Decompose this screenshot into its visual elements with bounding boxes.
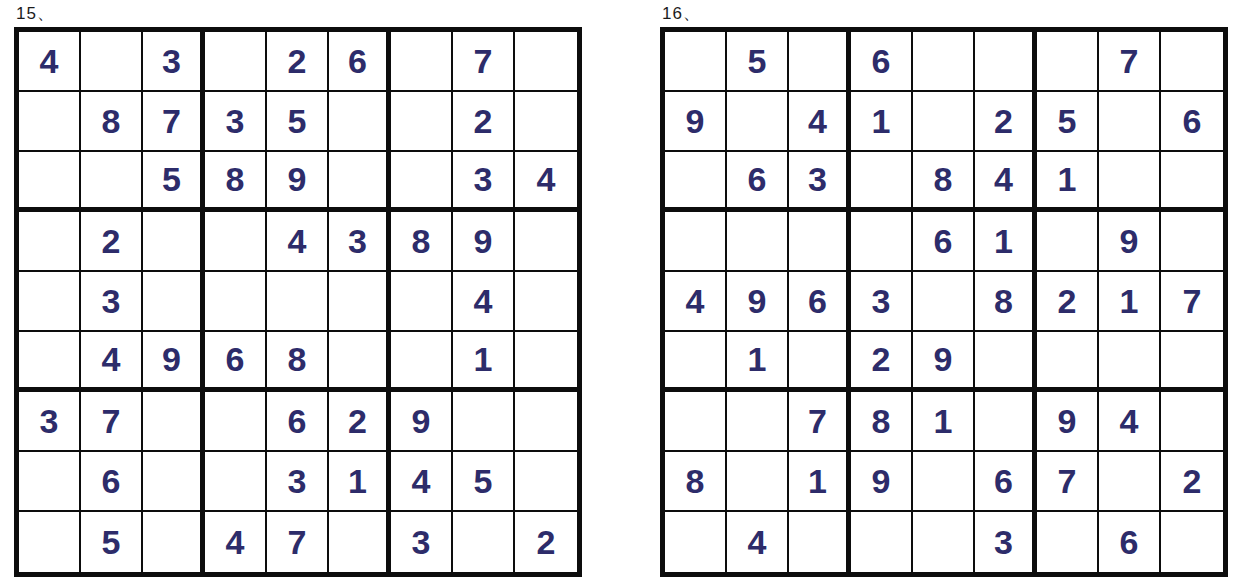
cell-r7c5: 1 [913, 392, 975, 452]
cell-r5c9 [515, 272, 577, 332]
cell-r3c5: 8 [913, 152, 975, 212]
cell-r1c3 [789, 32, 851, 92]
puzzle-15-number-label: 15、 [14, 3, 582, 27]
cell-r5c3 [143, 272, 205, 332]
cell-r8c4 [205, 452, 267, 512]
cell-r9c2: 5 [81, 512, 143, 572]
cell-r3c7: 1 [1037, 152, 1099, 212]
cell-r3c1 [665, 152, 727, 212]
puzzle-16-number-label: 16、 [660, 3, 1228, 27]
cell-r2c5: 5 [267, 92, 329, 152]
cell-r3c3: 5 [143, 152, 205, 212]
sudoku-grid-15: 4326787352589342438934496813762963145547… [14, 27, 582, 577]
cell-r8c2: 6 [81, 452, 143, 512]
cell-r1c4: 6 [851, 32, 913, 92]
cell-r4c4 [205, 212, 267, 272]
cell-r5c1 [19, 272, 81, 332]
cell-r5c6: 8 [975, 272, 1037, 332]
puzzle-sheet: 15、 432678735258934243893449681376296314… [0, 0, 1235, 588]
cell-r3c1 [19, 152, 81, 212]
cell-r6c7 [1037, 332, 1099, 392]
cell-r1c9 [1161, 32, 1223, 92]
cell-r3c4 [851, 152, 913, 212]
cell-r8c1 [19, 452, 81, 512]
cell-r3c7 [391, 152, 453, 212]
cell-r9c6 [329, 512, 391, 572]
cell-r5c8: 1 [1099, 272, 1161, 332]
cell-r7c4 [205, 392, 267, 452]
cell-r1c6 [975, 32, 1037, 92]
cell-r2c2: 8 [81, 92, 143, 152]
cell-r8c6: 6 [975, 452, 1037, 512]
cell-r6c8 [1099, 332, 1161, 392]
cell-r7c6 [975, 392, 1037, 452]
cell-r1c2 [81, 32, 143, 92]
cell-r7c8 [453, 392, 515, 452]
cell-r7c1 [665, 392, 727, 452]
cell-r7c4: 8 [851, 392, 913, 452]
cell-r8c7: 4 [391, 452, 453, 512]
cell-r9c9 [1161, 512, 1223, 572]
cell-r4c3 [789, 212, 851, 272]
sudoku-grid-16: 5679412566384161949638217129781948196724… [660, 27, 1228, 577]
cell-r9c8: 6 [1099, 512, 1161, 572]
cell-r9c4: 4 [205, 512, 267, 572]
cell-r5c4 [205, 272, 267, 332]
cell-r4c2: 2 [81, 212, 143, 272]
cell-r8c1: 8 [665, 452, 727, 512]
cell-r1c4 [205, 32, 267, 92]
cell-r6c5: 8 [267, 332, 329, 392]
cell-r5c7 [391, 272, 453, 332]
cell-r1c8: 7 [1099, 32, 1161, 92]
cell-r6c8: 1 [453, 332, 515, 392]
cell-r5c6 [329, 272, 391, 332]
cell-r7c1: 3 [19, 392, 81, 452]
cell-r4c9 [1161, 212, 1223, 272]
cell-r9c3 [143, 512, 205, 572]
cell-r6c1 [19, 332, 81, 392]
cell-r4c7 [1037, 212, 1099, 272]
cell-r4c9 [515, 212, 577, 272]
cell-r7c6: 2 [329, 392, 391, 452]
cell-r4c2 [727, 212, 789, 272]
cell-r3c2: 6 [727, 152, 789, 212]
cell-r8c8: 5 [453, 452, 515, 512]
cell-r4c1 [19, 212, 81, 272]
cell-r2c1: 9 [665, 92, 727, 152]
cell-r9c6: 3 [975, 512, 1037, 572]
cell-r4c4 [851, 212, 913, 272]
cell-r1c2: 5 [727, 32, 789, 92]
cell-r1c3: 3 [143, 32, 205, 92]
cell-r3c9: 4 [515, 152, 577, 212]
puzzle-16: 16、 567941256638416194963821712978194819… [660, 3, 1228, 588]
cell-r8c4: 9 [851, 452, 913, 512]
cell-r5c1: 4 [665, 272, 727, 332]
cell-r2c7: 5 [1037, 92, 1099, 152]
cell-r2c9 [515, 92, 577, 152]
cell-r3c2 [81, 152, 143, 212]
cell-r5c5 [267, 272, 329, 332]
cell-r5c5 [913, 272, 975, 332]
cell-r5c4: 3 [851, 272, 913, 332]
cell-r7c8: 4 [1099, 392, 1161, 452]
cell-r8c3: 1 [789, 452, 851, 512]
cell-r2c8: 2 [453, 92, 515, 152]
cell-r8c7: 7 [1037, 452, 1099, 512]
cell-r3c6: 4 [975, 152, 1037, 212]
cell-r2c4: 3 [205, 92, 267, 152]
cell-r1c6: 6 [329, 32, 391, 92]
cell-r2c6 [329, 92, 391, 152]
cell-r4c3 [143, 212, 205, 272]
cell-r1c9 [515, 32, 577, 92]
cell-r8c3 [143, 452, 205, 512]
cell-r1c8: 7 [453, 32, 515, 92]
cell-r8c2 [727, 452, 789, 512]
cell-r8c5: 3 [267, 452, 329, 512]
cell-r4c1 [665, 212, 727, 272]
cell-r3c4: 8 [205, 152, 267, 212]
cell-r7c9 [1161, 392, 1223, 452]
cell-r7c2: 7 [81, 392, 143, 452]
cell-r1c7 [391, 32, 453, 92]
cell-r9c2: 4 [727, 512, 789, 572]
cell-r1c5: 2 [267, 32, 329, 92]
cell-r5c2: 3 [81, 272, 143, 332]
cell-r6c6 [975, 332, 1037, 392]
cell-r6c9 [515, 332, 577, 392]
cell-r3c8 [1099, 152, 1161, 212]
cell-r9c4 [851, 512, 913, 572]
cell-r5c8: 4 [453, 272, 515, 332]
cell-r9c9: 2 [515, 512, 577, 572]
cell-r9c7: 3 [391, 512, 453, 572]
cell-r6c9 [1161, 332, 1223, 392]
cell-r2c1 [19, 92, 81, 152]
cell-r5c7: 2 [1037, 272, 1099, 332]
cell-r4c6: 1 [975, 212, 1037, 272]
cell-r4c6: 3 [329, 212, 391, 272]
cell-r7c9 [515, 392, 577, 452]
cell-r9c7 [1037, 512, 1099, 572]
cell-r6c3 [789, 332, 851, 392]
cell-r6c4: 2 [851, 332, 913, 392]
cell-r4c8: 9 [453, 212, 515, 272]
cell-r9c3 [789, 512, 851, 572]
cell-r4c5: 6 [913, 212, 975, 272]
cell-r3c3: 3 [789, 152, 851, 212]
cell-r2c2 [727, 92, 789, 152]
cell-r7c3 [143, 392, 205, 452]
cell-r6c6 [329, 332, 391, 392]
cell-r4c5: 4 [267, 212, 329, 272]
cell-r8c8 [1099, 452, 1161, 512]
cell-r7c7: 9 [391, 392, 453, 452]
cell-r4c7: 8 [391, 212, 453, 272]
cell-r2c3: 4 [789, 92, 851, 152]
cell-r9c8 [453, 512, 515, 572]
puzzle-15: 15、 432678735258934243893449681376296314… [14, 3, 582, 588]
cell-r5c2: 9 [727, 272, 789, 332]
cell-r2c3: 7 [143, 92, 205, 152]
cell-r8c9: 2 [1161, 452, 1223, 512]
cell-r5c9: 7 [1161, 272, 1223, 332]
cell-r7c3: 7 [789, 392, 851, 452]
cell-r9c5: 7 [267, 512, 329, 572]
cell-r2c8 [1099, 92, 1161, 152]
cell-r9c5 [913, 512, 975, 572]
cell-r3c6 [329, 152, 391, 212]
cell-r2c5 [913, 92, 975, 152]
cell-r6c2: 1 [727, 332, 789, 392]
cell-r6c3: 9 [143, 332, 205, 392]
cell-r2c6: 2 [975, 92, 1037, 152]
cell-r1c1: 4 [19, 32, 81, 92]
cell-r3c9 [1161, 152, 1223, 212]
cell-r2c4: 1 [851, 92, 913, 152]
cell-r6c2: 4 [81, 332, 143, 392]
cell-r6c7 [391, 332, 453, 392]
cell-r3c5: 9 [267, 152, 329, 212]
cell-r6c4: 6 [205, 332, 267, 392]
cell-r1c1 [665, 32, 727, 92]
cell-r4c8: 9 [1099, 212, 1161, 272]
cell-r8c9 [515, 452, 577, 512]
cell-r6c5: 9 [913, 332, 975, 392]
cell-r8c5 [913, 452, 975, 512]
cell-r7c5: 6 [267, 392, 329, 452]
cell-r9c1 [665, 512, 727, 572]
cell-r5c3: 6 [789, 272, 851, 332]
cell-r2c9: 6 [1161, 92, 1223, 152]
cell-r3c8: 3 [453, 152, 515, 212]
cell-r8c6: 1 [329, 452, 391, 512]
cell-r1c5 [913, 32, 975, 92]
cell-r1c7 [1037, 32, 1099, 92]
cell-r6c1 [665, 332, 727, 392]
cell-r7c7: 9 [1037, 392, 1099, 452]
cell-r9c1 [19, 512, 81, 572]
cell-r2c7 [391, 92, 453, 152]
cell-r7c2 [727, 392, 789, 452]
